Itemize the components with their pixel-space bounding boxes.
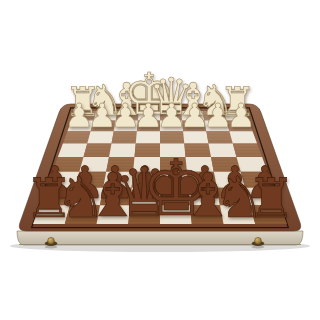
chess-set-photo: ♜♞♝♚♛♝♞♜♟♟♟♟♟♟♟♟♟♟♟♟♟♟♟♟♜♞♝♛♚♝♞♜	[0, 0, 320, 320]
piece-black-rook: ♜	[247, 171, 296, 226]
pieces-layer: ♜♞♝♚♛♝♞♜♟♟♟♟♟♟♟♟♟♟♟♟♟♟♟♟♜♞♝♛♚♝♞♜	[0, 0, 320, 320]
piece-white-pawn: ♟	[226, 99, 256, 132]
